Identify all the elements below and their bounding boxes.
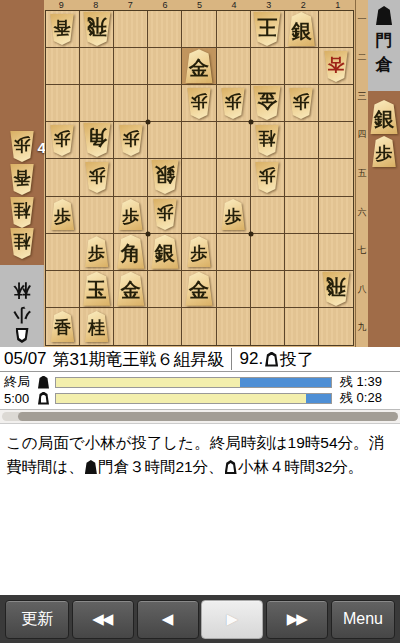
square-6-6: 歩 — [148, 197, 182, 234]
sente-piece: 歩 — [371, 136, 397, 167]
gote-piece: 歩 — [118, 125, 144, 156]
file-label: 2 — [286, 0, 321, 10]
file-label: 6 — [148, 0, 183, 10]
file-label: 8 — [78, 0, 113, 10]
gote-piece: 歩 — [288, 88, 314, 119]
square-8-2 — [80, 48, 114, 85]
gote-piece: 桂 — [9, 197, 35, 228]
gote-piece-stand: 歩4香桂桂 小林 — [0, 0, 44, 347]
gote-piece: 香 — [9, 164, 35, 195]
gote-piece-icon — [225, 460, 237, 474]
sente-piece: 金 — [184, 272, 214, 306]
square-5-4 — [182, 122, 216, 159]
square-8-5: 歩 — [80, 159, 114, 196]
square-8-9: 桂 — [80, 308, 114, 345]
square-7-5 — [114, 159, 148, 196]
square-6-8 — [148, 271, 182, 308]
gote-piece: 王 — [252, 12, 282, 46]
gote-piece-icon — [15, 328, 28, 343]
gote-hand-歩: 歩4 — [9, 131, 35, 162]
game-date: 05/07 — [4, 349, 47, 369]
star-point — [248, 231, 253, 236]
square-8-4: 角 — [80, 122, 114, 159]
square-3-5: 歩 — [251, 159, 285, 196]
square-8-3 — [80, 85, 114, 122]
sente-piece-icon — [85, 460, 97, 474]
square-7-7: 角 — [114, 234, 148, 271]
square-4-4 — [217, 122, 251, 159]
square-3-7 — [251, 234, 285, 271]
sente-piece-stand: 門倉 銀歩 — [368, 0, 400, 347]
rank-label: 三 — [356, 77, 368, 116]
gote-piece: 歩 — [220, 88, 246, 119]
square-2-4 — [285, 122, 319, 159]
sente-piece: 銀 — [286, 12, 316, 46]
sente-piece: 歩 — [220, 199, 246, 230]
square-8-7: 歩 — [80, 234, 114, 271]
square-9-2 — [46, 48, 80, 85]
forward-icon: ▶ — [227, 610, 237, 628]
time-remaining-segment — [306, 394, 331, 403]
comment-text: 小林４時間32分。 — [238, 458, 364, 475]
sente-hand-歩: 歩 — [371, 136, 397, 167]
gote-piece: 飛 — [82, 12, 112, 46]
clock-panel: 終局残 1:395:00残 0:28 — [0, 372, 400, 410]
fast-forward-icon: ▶▶ — [287, 610, 306, 628]
square-5-8: 金 — [182, 271, 216, 308]
square-2-2 — [285, 48, 319, 85]
square-5-1 — [182, 11, 216, 48]
square-3-4: 桂 — [251, 122, 285, 159]
file-label: 5 — [182, 0, 217, 10]
file-label: 4 — [217, 0, 252, 10]
sente-hand-銀: 銀 — [369, 100, 399, 134]
rank-label: 六 — [356, 193, 368, 232]
gote-piece-icon — [38, 392, 49, 405]
square-3-1: 王 — [251, 11, 285, 48]
square-7-1 — [114, 11, 148, 48]
sente-piece: 香 — [49, 311, 75, 342]
square-1-2: 杏 — [319, 48, 353, 85]
square-7-2 — [114, 48, 148, 85]
bottom-toolbar: 更新 ◀◀ ◀ ▶ ▶▶ Menu — [0, 595, 400, 643]
rank-labels: 一二三四五六七八九 — [355, 0, 368, 347]
square-6-5: 銀 — [148, 159, 182, 196]
square-1-7 — [319, 234, 353, 271]
sente-piece-icon — [376, 6, 392, 25]
gote-piece: 角 — [82, 123, 112, 157]
fast-backward-button[interactable]: ◀◀ — [72, 600, 134, 639]
sente-nameplate: 門倉 — [368, 0, 400, 91]
remaining-time: 残 0:28 — [340, 389, 396, 407]
backward-button[interactable]: ◀ — [137, 600, 199, 639]
clock-label: 終局 — [4, 373, 36, 391]
square-1-4 — [319, 122, 353, 159]
square-9-1: 香 — [46, 11, 80, 48]
player-name-char: 林 — [13, 278, 30, 302]
gote-piece: 飛 — [321, 272, 351, 306]
gote-piece: 桂 — [9, 228, 35, 259]
sente-piece: 角 — [116, 235, 146, 269]
sente-piece: 銀 — [369, 100, 399, 134]
gote-piece: 金 — [252, 86, 282, 120]
square-4-9 — [217, 308, 251, 345]
square-4-2 — [217, 48, 251, 85]
time-bar — [55, 377, 332, 388]
sente-player-name: 門倉 — [376, 29, 393, 77]
square-4-8 — [217, 271, 251, 308]
backward-icon: ◀ — [162, 610, 172, 628]
sente-piece: 歩 — [118, 199, 144, 230]
move-number: 92. — [239, 349, 263, 369]
slider-track[interactable] — [2, 412, 398, 421]
square-2-6 — [285, 197, 319, 234]
square-3-9 — [251, 308, 285, 345]
gote-piece: 歩 — [84, 162, 110, 193]
time-used-segment — [56, 394, 306, 403]
file-labels: 987654321 — [44, 0, 355, 10]
square-3-3: 金 — [251, 85, 285, 122]
gote-player-name: 小林 — [13, 278, 30, 326]
sente-piece: 玉 — [82, 272, 112, 306]
sente-piece: 歩 — [84, 236, 110, 267]
rank-label: 一 — [356, 0, 368, 39]
player-name-char: 小 — [13, 302, 30, 326]
star-point — [248, 120, 253, 125]
square-1-1 — [319, 11, 353, 48]
square-1-8: 飛 — [319, 271, 353, 308]
rank-label: 七 — [356, 231, 368, 270]
square-5-6 — [182, 197, 216, 234]
square-7-9 — [114, 308, 148, 345]
square-8-1: 飛 — [80, 11, 114, 48]
sente-piece: 金 — [184, 49, 214, 83]
square-6-3 — [148, 85, 182, 122]
time-bar — [55, 393, 332, 404]
shogi-kifu-app: 歩4香桂桂 小林 987654321 香飛王銀金杏歩歩金歩歩角歩桂歩銀歩歩歩歩歩… — [0, 0, 400, 643]
refresh-button[interactable]: 更新 — [5, 600, 69, 639]
gote-hand-香: 香 — [9, 164, 35, 195]
rank-label: 四 — [356, 116, 368, 155]
board-grid: 香飛王銀金杏歩歩金歩歩角歩桂歩銀歩歩歩歩歩歩角銀歩玉金金飛香桂 — [46, 11, 353, 345]
square-9-4: 歩 — [46, 122, 80, 159]
time-used-segment — [56, 378, 240, 387]
menu-button[interactable]: Menu — [331, 600, 395, 639]
square-4-3: 歩 — [217, 85, 251, 122]
gote-piece: 歩 — [254, 162, 280, 193]
rank-label: 五 — [356, 154, 368, 193]
divider — [231, 348, 232, 370]
fast-backward-icon: ◀◀ — [92, 610, 111, 628]
square-2-7 — [285, 234, 319, 271]
gote-piece: 歩 — [152, 199, 178, 230]
file-label: 3 — [251, 0, 286, 10]
sente-piece: 桂 — [84, 311, 110, 342]
file-label: 9 — [44, 0, 79, 10]
gote-move-icon — [265, 352, 278, 367]
square-4-7 — [217, 234, 251, 271]
square-2-3: 歩 — [285, 85, 319, 122]
comment-text: 門倉３時間21分、 — [98, 458, 224, 475]
square-1-6 — [319, 197, 353, 234]
current-move: 92.投了 — [239, 348, 314, 371]
slider-fill — [18, 412, 398, 421]
square-9-8 — [46, 271, 80, 308]
sente-piece: 銀 — [150, 235, 180, 269]
square-1-3 — [319, 85, 353, 122]
board-zone: 歩4香桂桂 小林 987654321 香飛王銀金杏歩歩金歩歩角歩桂歩銀歩歩歩歩歩… — [0, 0, 400, 347]
sente-clock-row: 終局残 1:39 — [0, 374, 400, 390]
promoted-gote-piece: 杏 — [323, 51, 349, 82]
forward-button[interactable]: ▶ — [201, 600, 263, 639]
square-9-6: 歩 — [46, 197, 80, 234]
square-7-6: 歩 — [114, 197, 148, 234]
square-8-6 — [80, 197, 114, 234]
square-6-2 — [148, 48, 182, 85]
square-5-3: 歩 — [182, 85, 216, 122]
file-label: 7 — [113, 0, 148, 10]
square-6-4 — [148, 122, 182, 159]
file-label: 1 — [321, 0, 356, 10]
gote-piece: 歩 — [186, 88, 212, 119]
game-title: 第31期竜王戦６組昇級 — [53, 348, 225, 371]
square-9-7 — [46, 234, 80, 271]
star-point — [146, 120, 151, 125]
star-point — [146, 231, 151, 236]
square-9-9: 香 — [46, 308, 80, 345]
square-3-6 — [251, 197, 285, 234]
commentary-text: この局面で小林が投了した。終局時刻は19時54分。消費時間は、門倉３時間21分、… — [0, 424, 400, 600]
gote-clock-row: 5:00残 0:28 — [0, 390, 400, 406]
square-3-2 — [251, 48, 285, 85]
square-2-5 — [285, 159, 319, 196]
square-6-9 — [148, 308, 182, 345]
square-5-7: 歩 — [182, 234, 216, 271]
info-bar: 05/07 第31期竜王戦６組昇級 92.投了 — [0, 347, 400, 372]
clock-label: 5:00 — [4, 391, 36, 406]
sente-piece-icon — [38, 376, 49, 389]
gote-piece: 香 — [49, 14, 75, 45]
sente-piece: 歩 — [49, 199, 75, 230]
move-slider[interactable] — [0, 410, 400, 424]
square-4-1 — [217, 11, 251, 48]
square-8-8: 玉 — [80, 271, 114, 308]
square-9-5 — [46, 159, 80, 196]
square-6-7: 銀 — [148, 234, 182, 271]
time-remaining-segment — [240, 378, 331, 387]
gote-piece: 歩 — [49, 125, 75, 156]
sente-piece: 金 — [116, 272, 146, 306]
square-2-8 — [285, 271, 319, 308]
move-text: 投了 — [280, 348, 314, 371]
square-7-3 — [114, 85, 148, 122]
square-5-9 — [182, 308, 216, 345]
square-6-1 — [148, 11, 182, 48]
square-1-9 — [319, 308, 353, 345]
fast-forward-button[interactable]: ▶▶ — [266, 600, 328, 639]
gote-nameplate: 小林 — [0, 265, 44, 347]
square-5-5 — [182, 159, 216, 196]
square-5-2: 金 — [182, 48, 216, 85]
sente-piece: 歩 — [186, 236, 212, 267]
square-7-4: 歩 — [114, 122, 148, 159]
square-1-5 — [319, 159, 353, 196]
board-grid-frame: 香飛王銀金杏歩歩金歩歩角歩桂歩銀歩歩歩歩歩歩角銀歩玉金金飛香桂 — [45, 10, 354, 346]
sente-hand-pieces: 銀歩 — [368, 91, 400, 168]
square-4-6: 歩 — [217, 197, 251, 234]
square-2-9 — [285, 308, 319, 345]
square-7-8: 金 — [114, 271, 148, 308]
gote-piece: 歩 — [9, 131, 35, 162]
gote-hand-桂: 桂桂 — [9, 197, 35, 259]
square-3-8 — [251, 271, 285, 308]
gote-piece: 桂 — [254, 125, 280, 156]
gote-piece: 銀 — [150, 160, 180, 194]
square-4-5 — [217, 159, 251, 196]
rank-label: 八 — [356, 270, 368, 309]
rank-label: 二 — [356, 39, 368, 78]
square-2-1: 銀 — [285, 11, 319, 48]
shogi-board: 987654321 香飛王銀金杏歩歩金歩歩角歩桂歩銀歩歩歩歩歩歩角銀歩玉金金飛香… — [44, 0, 355, 347]
player-name-char: 倉 — [376, 53, 393, 77]
rank-label: 九 — [356, 309, 368, 348]
player-name-char: 門 — [376, 29, 393, 53]
gote-hand-pieces: 歩4香桂桂 — [0, 0, 44, 265]
square-9-3 — [46, 85, 80, 122]
